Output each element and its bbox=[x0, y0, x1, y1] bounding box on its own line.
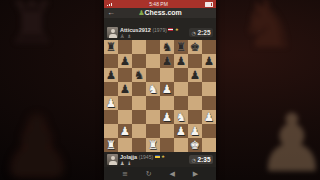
move-list[interactable]: Qc7 16. Rfd1 Rd8 17. Nb5 Qb8 18. Nd5 bbox=[104, 18, 216, 25]
logo-text: Chess.com bbox=[144, 9, 181, 16]
square-f7[interactable]: ♟ bbox=[174, 54, 188, 68]
piece-bp-h7[interactable]: ♟ bbox=[202, 54, 216, 68]
square-d6[interactable] bbox=[146, 68, 160, 82]
piece-wp-h3[interactable]: ♟ bbox=[202, 110, 216, 124]
square-g6[interactable]: ♟ bbox=[188, 68, 202, 82]
background-knight-silhouette: ♞ bbox=[238, 0, 297, 58]
piece-wp-e5[interactable]: ♟ bbox=[160, 82, 174, 96]
bottom-player-clock: ◔ 2:35 bbox=[189, 155, 213, 164]
square-b3[interactable] bbox=[118, 110, 132, 124]
status-time: 5:48 PM bbox=[149, 0, 168, 8]
square-f6[interactable] bbox=[174, 68, 188, 82]
top-player-flag-icon bbox=[168, 28, 173, 32]
square-h1[interactable] bbox=[202, 138, 216, 152]
piece-wn-d5[interactable]: ♞ bbox=[146, 82, 160, 96]
square-d4[interactable] bbox=[146, 96, 160, 110]
nav-bar: ← ♟Chess.com bbox=[104, 8, 216, 18]
square-c2[interactable] bbox=[132, 124, 146, 138]
square-g8[interactable]: ♚ bbox=[188, 40, 202, 54]
piece-wp-e3[interactable]: ♟ bbox=[160, 110, 174, 124]
piece-bp-a6[interactable]: ♟ bbox=[104, 68, 118, 82]
square-b2[interactable]: ♟ bbox=[118, 124, 132, 138]
square-b5[interactable]: ♟ bbox=[118, 82, 132, 96]
square-e8[interactable]: ♞ bbox=[160, 40, 174, 54]
bottom-player-time: 2:35 bbox=[197, 156, 210, 163]
chess-board: ♜♞♜♚♟♟♟♟♟♞♟♟♞♟♟♟♞♟♟♟♟♜♜♚ bbox=[104, 40, 216, 152]
top-player-clock: ◔ 2:25 bbox=[189, 28, 213, 37]
square-e1[interactable] bbox=[160, 138, 174, 152]
square-h7[interactable]: ♟ bbox=[202, 54, 216, 68]
top-player-captured-pieces: ♙ ♗ bbox=[120, 33, 132, 39]
square-c4[interactable] bbox=[132, 96, 146, 110]
square-h6[interactable] bbox=[202, 68, 216, 82]
piece-bp-f7[interactable]: ♟ bbox=[174, 54, 188, 68]
square-h8[interactable] bbox=[202, 40, 216, 54]
square-a2[interactable] bbox=[104, 124, 118, 138]
square-d2[interactable] bbox=[146, 124, 160, 138]
top-player-avatar[interactable] bbox=[107, 27, 118, 38]
background-light-pawn-silhouette: ♟ bbox=[256, 104, 320, 180]
battery-icon bbox=[205, 2, 213, 7]
square-b8[interactable] bbox=[118, 40, 132, 54]
piece-wp-a4[interactable]: ♟ bbox=[104, 96, 118, 110]
piece-wr-d1[interactable]: ♜ bbox=[146, 138, 160, 152]
piece-bp-b7[interactable]: ♟ bbox=[118, 54, 132, 68]
piece-wp-f2[interactable]: ♟ bbox=[174, 124, 188, 138]
piece-bp-e7[interactable]: ♟ bbox=[160, 54, 174, 68]
square-e7[interactable]: ♟ bbox=[160, 54, 174, 68]
square-b7[interactable]: ♟ bbox=[118, 54, 132, 68]
square-g4[interactable] bbox=[188, 96, 202, 110]
piece-bn-e8[interactable]: ♞ bbox=[160, 40, 174, 54]
clock-icon: ◔ bbox=[192, 30, 196, 36]
square-d1[interactable]: ♜ bbox=[146, 138, 160, 152]
bottom-player-captured-pieces: ♟ ♝ bbox=[120, 160, 132, 166]
piece-wk-g1[interactable]: ♚ bbox=[188, 138, 202, 152]
square-a1[interactable]: ♜ bbox=[104, 138, 118, 152]
square-b6[interactable] bbox=[118, 68, 132, 82]
piece-bp-g6[interactable]: ♟ bbox=[188, 68, 202, 82]
square-d5[interactable]: ♞ bbox=[146, 82, 160, 96]
square-f2[interactable]: ♟ bbox=[174, 124, 188, 138]
status-bar: 5:48 PM bbox=[104, 0, 216, 8]
square-c6[interactable]: ♞ bbox=[132, 68, 146, 82]
piece-bn-c6[interactable]: ♞ bbox=[132, 68, 146, 82]
square-c8[interactable] bbox=[132, 40, 146, 54]
square-b4[interactable] bbox=[118, 96, 132, 110]
piece-wr-a1[interactable]: ♜ bbox=[104, 138, 118, 152]
square-a5[interactable] bbox=[104, 82, 118, 96]
square-f5[interactable] bbox=[174, 82, 188, 96]
screenshot-stage: ♜ ♟ ♞ ♟ 5:48 PM ← ♟Chess.com Qc7 16. Rfd… bbox=[0, 0, 320, 180]
top-player-time: 2:25 bbox=[197, 29, 210, 36]
square-g5[interactable] bbox=[188, 82, 202, 96]
square-c7[interactable] bbox=[132, 54, 146, 68]
piece-wn-f3[interactable]: ♞ bbox=[174, 110, 188, 124]
square-a6[interactable]: ♟ bbox=[104, 68, 118, 82]
square-f3[interactable]: ♞ bbox=[174, 110, 188, 124]
signal-icon bbox=[107, 2, 112, 6]
bottom-player-flag-icon bbox=[155, 155, 160, 159]
piece-bp-b5[interactable]: ♟ bbox=[118, 82, 132, 96]
square-a3[interactable] bbox=[104, 110, 118, 124]
bottom-player-bar: Jolajja (1945) ★ ♟ ♝ ◔ 2:35 bbox=[104, 152, 216, 167]
chesscom-logo: ♟Chess.com bbox=[104, 8, 216, 18]
square-d7[interactable] bbox=[146, 54, 160, 68]
piece-bk-g8[interactable]: ♚ bbox=[188, 40, 202, 54]
square-g2[interactable]: ♟ bbox=[188, 124, 202, 138]
piece-wp-b2[interactable]: ♟ bbox=[118, 124, 132, 138]
square-h5[interactable] bbox=[202, 82, 216, 96]
square-a4[interactable]: ♟ bbox=[104, 96, 118, 110]
piece-br-a8[interactable]: ♜ bbox=[104, 40, 118, 54]
square-h2[interactable] bbox=[202, 124, 216, 138]
square-e4[interactable] bbox=[160, 96, 174, 110]
square-h4[interactable] bbox=[202, 96, 216, 110]
flip-board-icon[interactable]: ↻ bbox=[146, 167, 152, 180]
square-c3[interactable] bbox=[132, 110, 146, 124]
bottom-player-badge-icon: ★ bbox=[161, 154, 165, 159]
square-c1[interactable] bbox=[132, 138, 146, 152]
top-player-badge-icon: ★ bbox=[175, 27, 179, 32]
top-player-bar: Atticus2912 (1979) ★ ♙ ♗ ◔ 2:25 bbox=[104, 25, 216, 40]
square-e6[interactable] bbox=[160, 68, 174, 82]
square-a8[interactable]: ♜ bbox=[104, 40, 118, 54]
square-f8[interactable]: ♜ bbox=[174, 40, 188, 54]
bottom-player-avatar[interactable] bbox=[107, 154, 118, 165]
square-h3[interactable]: ♟ bbox=[202, 110, 216, 124]
menu-icon[interactable]: ≡ bbox=[122, 167, 128, 180]
game-toolbar: ≡ ↻ ◀ ▶ bbox=[104, 167, 216, 180]
square-e2[interactable] bbox=[160, 124, 174, 138]
square-a7[interactable] bbox=[104, 54, 118, 68]
previous-move-icon[interactable]: ◀ bbox=[169, 167, 174, 180]
square-f1[interactable] bbox=[174, 138, 188, 152]
square-e3[interactable]: ♟ bbox=[160, 110, 174, 124]
clock-icon: ◔ bbox=[192, 157, 196, 163]
square-b1[interactable] bbox=[118, 138, 132, 152]
background-rook-silhouette: ♜ bbox=[6, 0, 58, 52]
square-e5[interactable]: ♟ bbox=[160, 82, 174, 96]
square-d8[interactable] bbox=[146, 40, 160, 54]
square-d3[interactable] bbox=[146, 110, 160, 124]
square-c5[interactable] bbox=[132, 82, 146, 96]
piece-wp-g2[interactable]: ♟ bbox=[188, 124, 202, 138]
square-g1[interactable]: ♚ bbox=[188, 138, 202, 152]
square-g3[interactable] bbox=[188, 110, 202, 124]
piece-br-f8[interactable]: ♜ bbox=[174, 40, 188, 54]
background-pawn-silhouette: ♟ bbox=[2, 108, 72, 180]
next-move-icon[interactable]: ▶ bbox=[193, 167, 198, 180]
phone-screenshot: 5:48 PM ← ♟Chess.com Qc7 16. Rfd1 Rd8 17… bbox=[104, 0, 216, 180]
square-g7[interactable] bbox=[188, 54, 202, 68]
square-f4[interactable] bbox=[174, 96, 188, 110]
